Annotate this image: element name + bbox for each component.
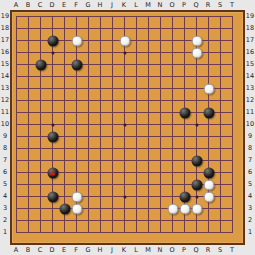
last-move-marker bbox=[50, 170, 56, 175]
stone-white-K17[interactable] bbox=[119, 35, 130, 46]
board-grid[interactable] bbox=[16, 16, 233, 233]
col-label-top-L: L bbox=[134, 2, 138, 9]
col-label-top-J: J bbox=[111, 2, 113, 9]
row-label-left-16: 16 bbox=[1, 49, 9, 56]
col-label-bottom-E: E bbox=[62, 247, 66, 254]
stone-white-P3[interactable] bbox=[179, 203, 190, 214]
top-coordinates: ABCDEFGHJKLMNOPQRST bbox=[0, 0, 255, 10]
row-label-left-11: 11 bbox=[1, 109, 9, 116]
row-label-left-2: 2 bbox=[3, 217, 7, 224]
star-point-D16 bbox=[51, 51, 54, 54]
row-label-left-8: 8 bbox=[3, 145, 7, 152]
col-label-bottom-T: T bbox=[230, 247, 234, 254]
stone-black-Q7[interactable] bbox=[191, 155, 202, 166]
stone-black-D9[interactable] bbox=[47, 131, 58, 142]
col-label-top-H: H bbox=[98, 2, 103, 9]
col-label-bottom-K: K bbox=[122, 247, 126, 254]
row-label-right-7: 7 bbox=[248, 157, 252, 164]
row-label-right-8: 8 bbox=[248, 145, 252, 152]
stone-black-F15[interactable] bbox=[71, 59, 82, 70]
row-label-right-3: 3 bbox=[248, 205, 252, 212]
row-label-right-13: 13 bbox=[246, 85, 254, 92]
star-point-Q10 bbox=[195, 123, 198, 126]
col-label-top-Q: Q bbox=[193, 2, 198, 9]
col-label-top-B: B bbox=[26, 2, 30, 9]
col-label-bottom-L: L bbox=[134, 247, 138, 254]
col-label-bottom-Q: Q bbox=[193, 247, 198, 254]
col-label-top-T: T bbox=[230, 2, 234, 9]
col-label-top-M: M bbox=[145, 2, 151, 9]
col-label-bottom-C: C bbox=[38, 247, 43, 254]
row-label-right-17: 17 bbox=[246, 37, 254, 44]
stone-white-O3[interactable] bbox=[167, 203, 178, 214]
col-label-top-N: N bbox=[158, 2, 163, 9]
left-coordinates: 19181716151413121110987654321 bbox=[0, 0, 10, 255]
stone-white-F17[interactable] bbox=[71, 35, 82, 46]
col-label-top-C: C bbox=[38, 2, 43, 9]
stone-black-R11[interactable] bbox=[203, 107, 214, 118]
stone-black-D6[interactable] bbox=[47, 167, 58, 178]
row-label-left-4: 4 bbox=[3, 193, 7, 200]
col-label-top-F: F bbox=[74, 2, 78, 9]
row-label-right-16: 16 bbox=[246, 49, 254, 56]
row-label-left-15: 15 bbox=[1, 61, 9, 68]
col-label-bottom-H: H bbox=[98, 247, 103, 254]
row-label-left-7: 7 bbox=[3, 157, 7, 164]
col-label-bottom-F: F bbox=[74, 247, 78, 254]
row-label-left-6: 6 bbox=[3, 169, 7, 176]
row-label-left-17: 17 bbox=[1, 37, 9, 44]
col-label-bottom-N: N bbox=[158, 247, 163, 254]
stone-white-R4[interactable] bbox=[203, 191, 214, 202]
col-label-top-R: R bbox=[206, 2, 211, 9]
col-label-bottom-G: G bbox=[85, 247, 90, 254]
col-label-top-P: P bbox=[182, 2, 186, 9]
col-label-bottom-M: M bbox=[145, 247, 151, 254]
row-label-right-15: 15 bbox=[246, 61, 254, 68]
col-label-top-O: O bbox=[169, 2, 174, 9]
stone-white-Q3[interactable] bbox=[191, 203, 202, 214]
col-label-bottom-O: O bbox=[169, 247, 174, 254]
stone-black-P11[interactable] bbox=[179, 107, 190, 118]
row-label-left-13: 13 bbox=[1, 85, 9, 92]
star-point-K4 bbox=[123, 195, 126, 198]
col-label-bottom-D: D bbox=[49, 247, 54, 254]
star-point-K16 bbox=[123, 51, 126, 54]
star-point-Q4 bbox=[195, 195, 198, 198]
row-label-right-10: 10 bbox=[246, 121, 254, 128]
row-label-right-9: 9 bbox=[248, 133, 252, 140]
row-label-left-9: 9 bbox=[3, 133, 7, 140]
stone-white-R13[interactable] bbox=[203, 83, 214, 94]
col-label-bottom-J: J bbox=[111, 247, 113, 254]
col-label-bottom-S: S bbox=[218, 247, 222, 254]
stone-white-Q17[interactable] bbox=[191, 35, 202, 46]
goban bbox=[10, 10, 245, 245]
col-label-top-D: D bbox=[49, 2, 54, 9]
col-label-top-A: A bbox=[14, 2, 18, 9]
row-label-left-1: 1 bbox=[3, 229, 7, 236]
stone-white-F4[interactable] bbox=[71, 191, 82, 202]
stone-black-R6[interactable] bbox=[203, 167, 214, 178]
row-label-left-3: 3 bbox=[3, 205, 7, 212]
row-label-left-5: 5 bbox=[3, 181, 7, 188]
row-label-right-18: 18 bbox=[246, 25, 254, 32]
stone-black-C15[interactable] bbox=[35, 59, 46, 70]
col-label-top-G: G bbox=[85, 2, 90, 9]
stone-black-Q5[interactable] bbox=[191, 179, 202, 190]
go-board-app: ABCDEFGHJKLMNOPQRST ABCDEFGHJKLMNOPQRST … bbox=[0, 0, 255, 255]
col-label-top-E: E bbox=[62, 2, 66, 9]
col-label-top-K: K bbox=[122, 2, 126, 9]
star-point-D10 bbox=[51, 123, 54, 126]
row-label-right-1: 1 bbox=[248, 229, 252, 236]
stone-white-F3[interactable] bbox=[71, 203, 82, 214]
row-label-right-6: 6 bbox=[248, 169, 252, 176]
row-label-right-2: 2 bbox=[248, 217, 252, 224]
bottom-coordinates: ABCDEFGHJKLMNOPQRST bbox=[0, 245, 255, 255]
col-label-bottom-A: A bbox=[14, 247, 18, 254]
row-label-right-11: 11 bbox=[246, 109, 254, 116]
row-label-right-4: 4 bbox=[248, 193, 252, 200]
row-label-right-14: 14 bbox=[246, 73, 254, 80]
row-label-right-5: 5 bbox=[248, 181, 252, 188]
stone-white-Q16[interactable] bbox=[191, 47, 202, 58]
stone-white-R5[interactable] bbox=[203, 179, 214, 190]
stone-black-P4[interactable] bbox=[179, 191, 190, 202]
stone-black-D4[interactable] bbox=[47, 191, 58, 202]
row-label-left-12: 12 bbox=[1, 97, 9, 104]
right-coordinates: 19181716151413121110987654321 bbox=[245, 0, 255, 255]
row-label-left-19: 19 bbox=[1, 13, 9, 20]
col-label-bottom-B: B bbox=[26, 247, 30, 254]
row-label-right-19: 19 bbox=[246, 13, 254, 20]
col-label-bottom-P: P bbox=[182, 247, 186, 254]
row-label-left-14: 14 bbox=[1, 73, 9, 80]
row-label-right-12: 12 bbox=[246, 97, 254, 104]
col-label-bottom-R: R bbox=[206, 247, 211, 254]
row-label-left-10: 10 bbox=[1, 121, 9, 128]
col-label-top-S: S bbox=[218, 2, 222, 9]
stone-black-E3[interactable] bbox=[59, 203, 70, 214]
stone-black-D17[interactable] bbox=[47, 35, 58, 46]
row-label-left-18: 18 bbox=[1, 25, 9, 32]
star-point-K10 bbox=[123, 123, 126, 126]
